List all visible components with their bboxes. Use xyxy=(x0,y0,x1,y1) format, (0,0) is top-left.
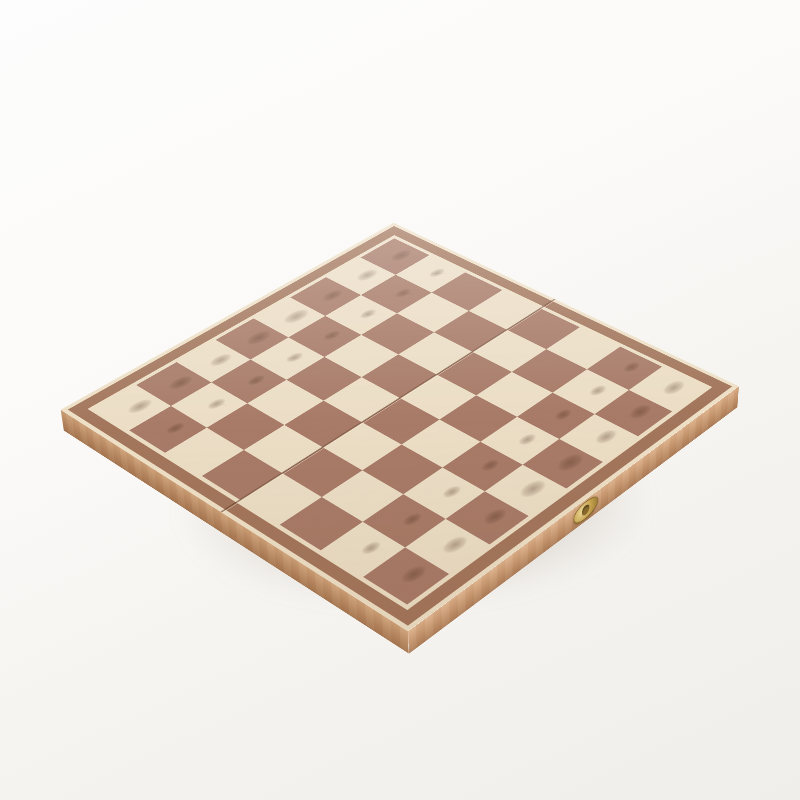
white-rook-glyph: ♜ xyxy=(366,486,443,586)
scene-tilt-wrapper: ♜♞♝♛♚♝♞♜♟♟♟♟♟♟♟♟♟♟♟♟♟♟♟♟♜♞♝♛♚♝♞♜ xyxy=(0,0,800,800)
perspective-stage: ♜♞♝♛♚♝♞♜♟♟♟♟♟♟♟♟♟♟♟♟♟♟♟♟♜♞♝♛♚♝♞♜ xyxy=(0,0,800,800)
product-photo-background: ♜♞♝♛♚♝♞♜♟♟♟♟♟♟♟♟♟♟♟♟♟♟♟♟♜♞♝♛♚♝♞♜ xyxy=(0,0,800,800)
chess-board: ♜♞♝♛♚♝♞♜♟♟♟♟♟♟♟♟♟♟♟♟♟♟♟♟♜♞♝♛♚♝♞♜ xyxy=(61,223,739,631)
black-pawn-glyph: ♟ xyxy=(137,362,195,437)
